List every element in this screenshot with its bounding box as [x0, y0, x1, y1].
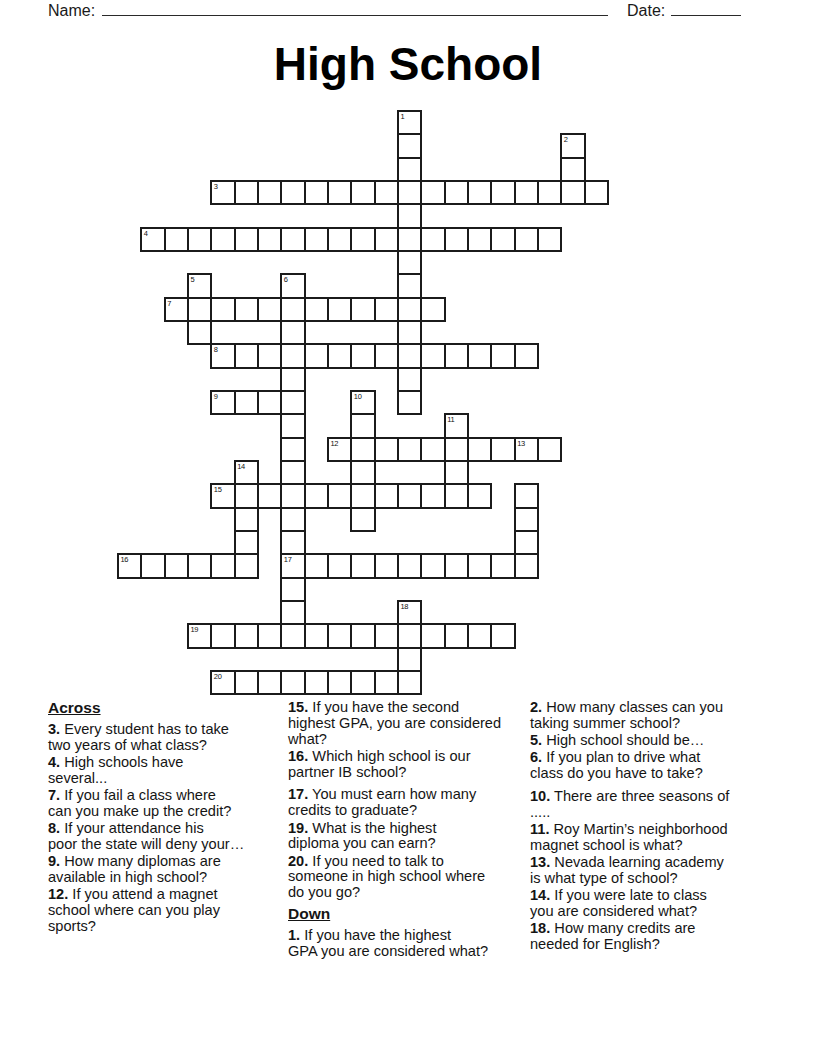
clue-number-16: 16: [121, 555, 129, 564]
grid-cell-r19c15[interactable]: [467, 553, 492, 578]
name-label: Name:: [48, 2, 95, 20]
grid-cell-r16c15[interactable]: [467, 483, 492, 508]
grid-cell-r19c2[interactable]: [164, 553, 189, 578]
clue-number-18: 18: [400, 602, 408, 611]
grid-cell-r19c10[interactable]: [350, 553, 375, 578]
grid-cell-r20c7[interactable]: [280, 577, 305, 602]
grid-cell-r24c5[interactable]: [234, 670, 259, 695]
clue-16-number: 16.: [288, 748, 308, 764]
grid-cell-r15c14[interactable]: [444, 460, 469, 485]
grid-cell-r24c11[interactable]: [374, 670, 399, 695]
grid-cell-r3c6[interactable]: [257, 180, 282, 205]
grid-cell-r13c10[interactable]: [350, 413, 375, 438]
grid-cell-r6c12[interactable]: [397, 250, 422, 275]
grid-cell-r24c7[interactable]: [280, 670, 305, 695]
clue-number-2: 2: [564, 135, 568, 144]
grid-cell-r14c12[interactable]: [397, 437, 422, 462]
clue-10-number: 10.: [530, 788, 550, 804]
clue-number-1: 1: [400, 112, 404, 121]
clue-number-17: 17: [284, 555, 292, 564]
clue-number-9: 9: [214, 392, 218, 401]
grid-cell-r19c3[interactable]: [187, 553, 212, 578]
clue-6: 6. If you plan to drive what class do yo…: [530, 750, 729, 782]
clue-8: 8. If your attendance his poor the state…: [48, 821, 244, 853]
clue-9: 9. How many diplomas are available in hi…: [48, 854, 244, 886]
grid-cell-r3c8[interactable]: [304, 180, 329, 205]
grid-cell-r3c7[interactable]: [280, 180, 305, 205]
clue-number-8: 8: [214, 345, 218, 354]
grid-cell-r18c17[interactable]: [514, 530, 539, 555]
grid-cell-r12c5[interactable]: [234, 390, 259, 415]
grid-cell-r5c9[interactable]: [327, 227, 352, 252]
grid-cell-r8c6[interactable]: [257, 297, 282, 322]
grid-cell-r2c19[interactable]: [560, 157, 585, 182]
grid-cell-r10c9[interactable]: [327, 343, 352, 368]
grid-cell-r24c12[interactable]: [397, 670, 422, 695]
clue-number-13: 13: [517, 439, 525, 448]
grid-cell-r9c3[interactable]: [187, 320, 212, 345]
grid-cell-r14c18[interactable]: [537, 437, 562, 462]
clue-column-3: 2. How many classes can you taking summe…: [530, 700, 729, 954]
grid-cell-r14c14[interactable]: [444, 437, 469, 462]
grid-cell-r5c6[interactable]: [257, 227, 282, 252]
grid-cell-r5c14[interactable]: [444, 227, 469, 252]
clue-number-10: 10: [354, 392, 362, 401]
grid-cell-r3c5[interactable]: [234, 180, 259, 205]
grid-cell-r11c12[interactable]: [397, 367, 422, 392]
grid-cell-r16c9[interactable]: [327, 483, 352, 508]
grid-cell-r5c18[interactable]: [537, 227, 562, 252]
grid-cell-r19c0[interactable]: 16: [117, 553, 142, 578]
grid-cell-r19c11[interactable]: [374, 553, 399, 578]
clue-15: 15. If you have the second highest GPA, …: [288, 700, 501, 747]
clue-16: 16. Which high school is our partner IB …: [288, 749, 501, 781]
grid-cell-r8c4[interactable]: [210, 297, 235, 322]
grid-cell-r14c10[interactable]: [350, 437, 375, 462]
clue-6-number: 6.: [530, 749, 542, 765]
clue-20-number: 20.: [288, 853, 308, 869]
grid-cell-r5c13[interactable]: [420, 227, 445, 252]
grid-cell-r16c17[interactable]: [514, 483, 539, 508]
clue-18: 18. How many credits are needed for Engl…: [530, 921, 729, 953]
clue-number-15: 15: [214, 485, 222, 494]
name-blank-line[interactable]: [102, 15, 608, 16]
grid-cell-r10c13[interactable]: [420, 343, 445, 368]
grid-cell-r22c6[interactable]: [257, 623, 282, 648]
grid-cell-r16c6[interactable]: [257, 483, 282, 508]
grid-cell-r22c15[interactable]: [467, 623, 492, 648]
grid-cell-r7c12[interactable]: [397, 273, 422, 298]
grid-cell-r3c12[interactable]: [397, 180, 422, 205]
clue-17-number: 17.: [288, 786, 308, 802]
grid-cell-r9c12[interactable]: [397, 320, 422, 345]
grid-cell-r5c12[interactable]: [397, 227, 422, 252]
grid-cell-r22c4[interactable]: [210, 623, 235, 648]
clue-number-20: 20: [214, 672, 222, 681]
grid-cell-r17c7[interactable]: [280, 507, 305, 532]
clue-3-number: 3.: [48, 721, 60, 737]
grid-cell-r3c14[interactable]: [444, 180, 469, 205]
grid-cell-r19c12[interactable]: [397, 553, 422, 578]
clue-4: 4. High schools have several...: [48, 755, 244, 787]
grid-cell-r16c10[interactable]: [350, 483, 375, 508]
grid-cell-r10c11[interactable]: [374, 343, 399, 368]
grid-cell-r19c1[interactable]: [140, 553, 165, 578]
grid-cell-r16c13[interactable]: [420, 483, 445, 508]
grid-cell-r16c5[interactable]: [234, 483, 259, 508]
grid-cell-r18c5[interactable]: [234, 530, 259, 555]
grid-cell-r16c8[interactable]: [304, 483, 329, 508]
grid-cell-r12c4[interactable]: 9: [210, 390, 235, 415]
clue-1: 1. If you have the highest GPA you are c…: [288, 928, 501, 960]
grid-cell-r24c6[interactable]: [257, 670, 282, 695]
grid-cell-r15c5[interactable]: 14: [234, 460, 259, 485]
clue-19: 19. What is the highest diploma you can …: [288, 821, 501, 853]
grid-cell-r8c8[interactable]: [304, 297, 329, 322]
grid-cell-r8c11[interactable]: [374, 297, 399, 322]
crossword-grid: 1234567891011121314151617181920: [117, 110, 610, 696]
grid-cell-r21c12[interactable]: 18: [397, 600, 422, 625]
clue-10: 10. There are three seasons of .....: [530, 789, 729, 821]
grid-cell-r8c3[interactable]: [187, 297, 212, 322]
clue-column-1: Across3. Every student has to take two y…: [48, 700, 244, 936]
grid-cell-r3c17[interactable]: [514, 180, 539, 205]
grid-cell-r10c16[interactable]: [490, 343, 515, 368]
grid-cell-r3c15[interactable]: [467, 180, 492, 205]
grid-cell-r10c7[interactable]: [280, 343, 305, 368]
grid-cell-r17c5[interactable]: [234, 507, 259, 532]
grid-cell-r14c11[interactable]: [374, 437, 399, 462]
clue-number-3: 3: [214, 182, 218, 191]
grid-cell-r19c14[interactable]: [444, 553, 469, 578]
crossword-worksheet: { "header": { "name_label": "Name:", "da…: [0, 0, 816, 1056]
grid-cell-r22c5[interactable]: [234, 623, 259, 648]
grid-cell-r10c5[interactable]: [234, 343, 259, 368]
grid-cell-r3c20[interactable]: [584, 180, 609, 205]
grid-cell-r22c12[interactable]: [397, 623, 422, 648]
clue-number-4: 4: [144, 229, 148, 238]
grid-cell-r3c19[interactable]: [560, 180, 585, 205]
grid-cell-r19c16[interactable]: [490, 553, 515, 578]
grid-cell-r19c8[interactable]: [304, 553, 329, 578]
grid-cell-r3c16[interactable]: [490, 180, 515, 205]
clue-13: 13. Nevada learning academy is what type…: [530, 855, 729, 887]
grid-cell-r14c9[interactable]: 12: [327, 437, 352, 462]
grid-cell-r5c17[interactable]: [514, 227, 539, 252]
clue-7-number: 7.: [48, 787, 60, 803]
clue-2: 2. How many classes can you taking summe…: [530, 700, 729, 732]
clue-number-12: 12: [330, 439, 338, 448]
grid-cell-r19c7[interactable]: 17: [280, 553, 305, 578]
grid-cell-r17c17[interactable]: [514, 507, 539, 532]
grid-cell-r5c11[interactable]: [374, 227, 399, 252]
grid-cell-r3c4[interactable]: 3: [210, 180, 235, 205]
grid-cell-r5c8[interactable]: [304, 227, 329, 252]
grid-cell-r1c19[interactable]: 2: [560, 133, 585, 158]
grid-cell-r22c13[interactable]: [420, 623, 445, 648]
grid-cell-r19c17[interactable]: [514, 553, 539, 578]
clue-number-6: 6: [284, 275, 288, 284]
grid-cell-r14c7[interactable]: [280, 437, 305, 462]
clue-20: 20. If you need to talk to someone in hi…: [288, 854, 501, 901]
clue-11-number: 11.: [530, 821, 549, 837]
grid-cell-r8c9[interactable]: [327, 297, 352, 322]
clue-1-number: 1.: [288, 927, 300, 943]
grid-cell-r5c15[interactable]: [467, 227, 492, 252]
date-label: Date:: [627, 2, 665, 20]
grid-cell-r8c2[interactable]: 7: [164, 297, 189, 322]
grid-cell-r8c10[interactable]: [350, 297, 375, 322]
grid-cell-r8c13[interactable]: [420, 297, 445, 322]
grid-cell-r22c10[interactable]: [350, 623, 375, 648]
clue-11: 11. Roy Martin’s neighborhood magnet sch…: [530, 822, 729, 854]
grid-cell-r10c17[interactable]: [514, 343, 539, 368]
grid-cell-r16c14[interactable]: [444, 483, 469, 508]
grid-cell-r12c10[interactable]: 10: [350, 390, 375, 415]
grid-cell-r24c4[interactable]: 20: [210, 670, 235, 695]
clue-8-number: 8.: [48, 820, 60, 836]
grid-cell-r5c4[interactable]: [210, 227, 235, 252]
grid-cell-r23c12[interactable]: [397, 647, 422, 672]
grid-cell-r22c8[interactable]: [304, 623, 329, 648]
grid-cell-r3c11[interactable]: [374, 180, 399, 205]
grid-cell-r16c4[interactable]: 15: [210, 483, 235, 508]
grid-cell-r2c12[interactable]: [397, 157, 422, 182]
grid-cell-r19c5[interactable]: [234, 553, 259, 578]
grid-cell-r22c14[interactable]: [444, 623, 469, 648]
grid-cell-r10c6[interactable]: [257, 343, 282, 368]
grid-cell-r13c7[interactable]: [280, 413, 305, 438]
grid-cell-r7c7[interactable]: 6: [280, 273, 305, 298]
grid-cell-r19c9[interactable]: [327, 553, 352, 578]
clue-14-number: 14.: [530, 887, 550, 903]
clue-19-number: 19.: [288, 820, 308, 836]
clue-7: 7. If you fail a class where can you mak…: [48, 788, 244, 820]
grid-cell-r10c14[interactable]: [444, 343, 469, 368]
grid-cell-r19c13[interactable]: [420, 553, 445, 578]
clue-2-number: 2.: [530, 699, 542, 715]
grid-cell-r5c10[interactable]: [350, 227, 375, 252]
grid-cell-r5c5[interactable]: [234, 227, 259, 252]
grid-cell-r24c8[interactable]: [304, 670, 329, 695]
grid-cell-r16c12[interactable]: [397, 483, 422, 508]
grid-cell-r3c18[interactable]: [537, 180, 562, 205]
grid-cell-r18c7[interactable]: [280, 530, 305, 555]
grid-cell-r5c3[interactable]: [187, 227, 212, 252]
grid-cell-r16c11[interactable]: [374, 483, 399, 508]
clue-number-11: 11: [447, 415, 454, 424]
grid-cell-r8c5[interactable]: [234, 297, 259, 322]
clue-5-number: 5.: [530, 732, 542, 748]
clue-13-number: 13.: [530, 854, 550, 870]
clue-section-heading-down: Down: [288, 906, 501, 922]
grid-cell-r22c7[interactable]: [280, 623, 305, 648]
grid-cell-r3c10[interactable]: [350, 180, 375, 205]
grid-cell-r5c7[interactable]: [280, 227, 305, 252]
grid-cell-r22c9[interactable]: [327, 623, 352, 648]
grid-cell-r9c7[interactable]: [280, 320, 305, 345]
puzzle-title: High School: [0, 40, 816, 88]
clue-9-number: 9.: [48, 853, 60, 869]
clue-number-19: 19: [190, 625, 198, 634]
grid-cell-r7c3[interactable]: 5: [187, 273, 212, 298]
clue-18-number: 18.: [530, 920, 550, 936]
grid-cell-r12c7[interactable]: [280, 390, 305, 415]
grid-cell-r22c11[interactable]: [374, 623, 399, 648]
grid-cell-r1c12[interactable]: [397, 133, 422, 158]
grid-cell-r16c7[interactable]: [280, 483, 305, 508]
grid-cell-r24c10[interactable]: [350, 670, 375, 695]
clue-number-14: 14: [237, 462, 245, 471]
clue-12-number: 12.: [48, 886, 68, 902]
clue-14: 14. If you were late to class you are co…: [530, 888, 729, 920]
grid-cell-r13c14[interactable]: 11: [444, 413, 469, 438]
grid-cell-r8c7[interactable]: [280, 297, 305, 322]
grid-cell-r8c12[interactable]: [397, 297, 422, 322]
grid-cell-r12c12[interactable]: [397, 390, 422, 415]
grid-cell-r14c13[interactable]: [420, 437, 445, 462]
grid-cell-r19c4[interactable]: [210, 553, 235, 578]
clue-number-5: 5: [190, 275, 194, 284]
grid-cell-r5c1[interactable]: 4: [140, 227, 165, 252]
clue-17: 17. You must earn how many credits to gr…: [288, 787, 501, 819]
grid-cell-r3c13[interactable]: [420, 180, 445, 205]
date-blank-line[interactable]: [671, 15, 741, 16]
grid-cell-r0c12[interactable]: 1: [397, 110, 422, 135]
grid-cell-r10c4[interactable]: 8: [210, 343, 235, 368]
grid-cell-r24c9[interactable]: [327, 670, 352, 695]
clue-4-number: 4.: [48, 754, 60, 770]
grid-cell-r11c7[interactable]: [280, 367, 305, 392]
clue-section-heading-across: Across: [48, 700, 244, 716]
clue-12: 12. If you attend a magnet school where …: [48, 887, 244, 934]
grid-cell-r14c16[interactable]: [490, 437, 515, 462]
grid-cell-r10c12[interactable]: [397, 343, 422, 368]
clue-15-number: 15.: [288, 699, 308, 715]
grid-cell-r21c7[interactable]: [280, 600, 305, 625]
grid-cell-r15c7[interactable]: [280, 460, 305, 485]
grid-cell-r15c10[interactable]: [350, 460, 375, 485]
grid-cell-r10c10[interactable]: [350, 343, 375, 368]
grid-cell-r3c9[interactable]: [327, 180, 352, 205]
clue-column-2: 15. If you have the second highest GPA, …: [288, 700, 501, 961]
grid-cell-r10c8[interactable]: [304, 343, 329, 368]
grid-cell-r17c10[interactable]: [350, 507, 375, 532]
grid-cell-r10c15[interactable]: [467, 343, 492, 368]
grid-cell-r5c2[interactable]: [164, 227, 189, 252]
grid-cell-r5c16[interactable]: [490, 227, 515, 252]
grid-cell-r12c6[interactable]: [257, 390, 282, 415]
grid-cell-r22c16[interactable]: [490, 623, 515, 648]
clue-number-7: 7: [167, 299, 171, 308]
grid-cell-r4c12[interactable]: [397, 203, 422, 228]
grid-cell-r14c15[interactable]: [467, 437, 492, 462]
clue-3: 3. Every student has to take two years o…: [48, 722, 244, 754]
grid-cell-r14c17[interactable]: 13: [514, 437, 539, 462]
clue-5: 5. High school should be…: [530, 733, 729, 749]
grid-cell-r22c3[interactable]: 19: [187, 623, 212, 648]
